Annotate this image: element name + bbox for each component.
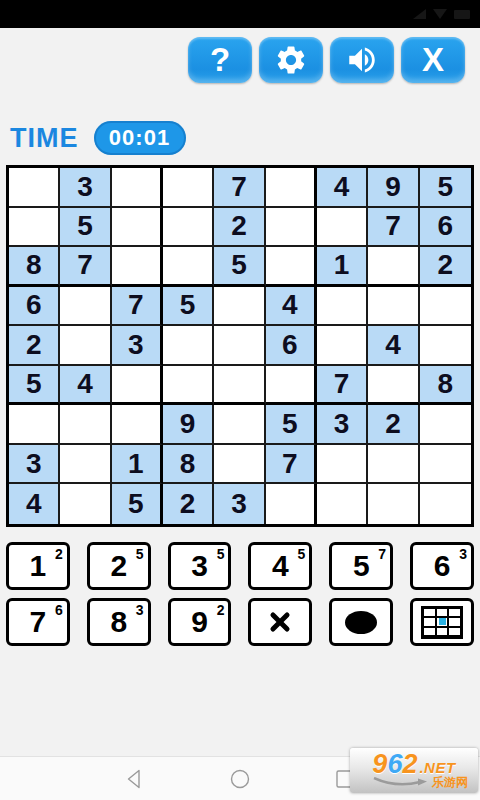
- close-x-icon: X: [422, 41, 444, 79]
- help-button[interactable]: ?: [188, 37, 252, 83]
- sudoku-cell-r5c2[interactable]: [60, 326, 111, 366]
- sudoku-cell-r9c5[interactable]: 3: [214, 484, 265, 524]
- sudoku-cell-r3c8[interactable]: [368, 247, 419, 287]
- key-notes[interactable]: [410, 598, 474, 646]
- sudoku-cell-r4c1[interactable]: 6: [9, 287, 60, 327]
- sudoku-cell-r2c5[interactable]: 2: [214, 208, 265, 248]
- sudoku-cell-r9c3[interactable]: 5: [112, 484, 163, 524]
- sudoku-cell-r9c6[interactable]: [266, 484, 317, 524]
- timer-row: TIME 00:01: [10, 120, 480, 156]
- sudoku-cell-r4c8[interactable]: [368, 287, 419, 327]
- wifi-icon: [433, 9, 447, 19]
- sudoku-cell-r1c8[interactable]: 9: [368, 168, 419, 208]
- sudoku-cell-r2c4[interactable]: [163, 208, 214, 248]
- sudoku-cell-r2c2[interactable]: 5: [60, 208, 111, 248]
- sudoku-cell-r3c1[interactable]: 8: [9, 247, 60, 287]
- sudoku-cell-r2c8[interactable]: 7: [368, 208, 419, 248]
- sudoku-cell-r6c3[interactable]: [112, 366, 163, 406]
- key-erase[interactable]: [248, 598, 312, 646]
- key-2[interactable]: 25: [87, 542, 151, 590]
- key-digit: 8: [110, 607, 127, 637]
- key-count: 5: [298, 546, 306, 562]
- sudoku-cell-r7c2[interactable]: [60, 405, 111, 445]
- question-mark-icon: ?: [210, 41, 230, 79]
- swoosh-icon: [372, 777, 428, 787]
- keypad: 122535455763768392: [6, 542, 474, 646]
- sudoku-cell-r4c5[interactable]: [214, 287, 265, 327]
- sudoku-cell-r6c4[interactable]: [163, 366, 214, 406]
- sudoku-board: 37495527687512675423645478953231874523: [6, 165, 474, 527]
- sudoku-cell-r3c6[interactable]: [266, 247, 317, 287]
- sudoku-cell-r9c9[interactable]: [420, 484, 471, 524]
- key-digit: 9: [191, 607, 208, 637]
- nav-home-icon[interactable]: [228, 767, 252, 791]
- key-digit: 7: [30, 607, 47, 637]
- settings-button[interactable]: [259, 37, 323, 83]
- sudoku-cell-r1c4[interactable]: [163, 168, 214, 208]
- key-5[interactable]: 57: [329, 542, 393, 590]
- speaker-icon: [345, 43, 379, 77]
- sudoku-cell-r9c1[interactable]: 4: [9, 484, 60, 524]
- sudoku-cell-r1c5[interactable]: 7: [214, 168, 265, 208]
- nav-back-icon[interactable]: [123, 767, 147, 791]
- key-9[interactable]: 92: [168, 598, 232, 646]
- sudoku-cell-r8c9[interactable]: [420, 445, 471, 485]
- sudoku-cell-r3c4[interactable]: [163, 247, 214, 287]
- timer-value: 00:01: [94, 121, 186, 155]
- sudoku-cell-r7c6[interactable]: 5: [266, 405, 317, 445]
- key-3[interactable]: 35: [168, 542, 232, 590]
- sudoku-cell-r4c6[interactable]: 4: [266, 287, 317, 327]
- key-digit: 2: [110, 551, 127, 581]
- sudoku-cell-r9c8[interactable]: [368, 484, 419, 524]
- key-count: 2: [55, 546, 63, 562]
- sudoku-cell-r7c4[interactable]: 9: [163, 405, 214, 445]
- sudoku-cell-r3c5[interactable]: 5: [214, 247, 265, 287]
- erase-x-icon: [267, 609, 293, 635]
- sudoku-cell-r4c2[interactable]: [60, 287, 111, 327]
- key-count: 6: [55, 602, 63, 618]
- sudoku-cell-r7c1[interactable]: [9, 405, 60, 445]
- sudoku-cell-r4c7[interactable]: [317, 287, 368, 327]
- sudoku-cell-r3c3[interactable]: [112, 247, 163, 287]
- sudoku-cell-r5c4[interactable]: [163, 326, 214, 366]
- sudoku-cell-r8c1[interactable]: 3: [9, 445, 60, 485]
- watermark-site-name: 乐游网: [432, 774, 468, 791]
- key-1[interactable]: 12: [6, 542, 70, 590]
- signal-icon: [413, 9, 426, 19]
- sudoku-cell-r3c9[interactable]: 2: [420, 247, 471, 287]
- sudoku-cell-r1c2[interactable]: 3: [60, 168, 111, 208]
- key-pen[interactable]: [329, 598, 393, 646]
- sudoku-cell-r2c6[interactable]: [266, 208, 317, 248]
- sudoku-cell-r8c5[interactable]: [214, 445, 265, 485]
- sudoku-cell-r7c9[interactable]: [420, 405, 471, 445]
- gear-icon: [274, 43, 308, 77]
- sudoku-cell-r5c5[interactable]: [214, 326, 265, 366]
- sudoku-cell-r5c6[interactable]: 6: [266, 326, 317, 366]
- sudoku-cell-r8c8[interactable]: [368, 445, 419, 485]
- sudoku-cell-r9c2[interactable]: [60, 484, 111, 524]
- key-digit: 3: [191, 551, 208, 581]
- sudoku-cell-r1c1[interactable]: [9, 168, 60, 208]
- sudoku-cell-r2c1[interactable]: [9, 208, 60, 248]
- sudoku-cell-r6c9[interactable]: 8: [420, 366, 471, 406]
- sudoku-cell-r6c6[interactable]: [266, 366, 317, 406]
- close-button[interactable]: X: [401, 37, 465, 83]
- key-digit: 4: [272, 551, 289, 581]
- key-digit: 5: [353, 551, 370, 581]
- sudoku-cell-r4c4[interactable]: 5: [163, 287, 214, 327]
- key-digit: 6: [434, 551, 451, 581]
- sudoku-cell-r3c2[interactable]: 7: [60, 247, 111, 287]
- sudoku-cell-r8c6[interactable]: 7: [266, 445, 317, 485]
- sudoku-cell-r1c3[interactable]: [112, 168, 163, 208]
- sudoku-cell-r6c1[interactable]: 5: [9, 366, 60, 406]
- key-7[interactable]: 76: [6, 598, 70, 646]
- toolbar: ? X: [0, 37, 465, 83]
- battery-icon: [454, 10, 470, 19]
- sudoku-cell-r7c7[interactable]: 3: [317, 405, 368, 445]
- pen-dot-icon: [345, 611, 377, 634]
- sudoku-cell-r9c7[interactable]: [317, 484, 368, 524]
- key-count: 5: [217, 546, 225, 562]
- sudoku-cell-r2c7[interactable]: [317, 208, 368, 248]
- key-digit: 1: [30, 551, 47, 581]
- sudoku-cell-r8c3[interactable]: 1: [112, 445, 163, 485]
- sudoku-cell-r8c2[interactable]: [60, 445, 111, 485]
- sound-button[interactable]: [330, 37, 394, 83]
- notes-grid-icon: [421, 606, 463, 639]
- sudoku-cell-r3c7[interactable]: 1: [317, 247, 368, 287]
- key-count: 7: [378, 546, 386, 562]
- sudoku-cell-r4c3[interactable]: 7: [112, 287, 163, 327]
- sudoku-cell-r5c9[interactable]: [420, 326, 471, 366]
- sudoku-cell-r6c2[interactable]: 4: [60, 366, 111, 406]
- sudoku-cell-r4c9[interactable]: [420, 287, 471, 327]
- sudoku-cell-r5c3[interactable]: 3: [112, 326, 163, 366]
- sudoku-cell-r7c5[interactable]: [214, 405, 265, 445]
- sudoku-cell-r9c4[interactable]: 2: [163, 484, 214, 524]
- sudoku-cell-r1c7[interactable]: 4: [317, 168, 368, 208]
- timer-label: TIME: [10, 123, 79, 154]
- key-count: 3: [459, 546, 467, 562]
- sudoku-cell-r5c1[interactable]: 2: [9, 326, 60, 366]
- sudoku-cell-r8c4[interactable]: 8: [163, 445, 214, 485]
- sudoku-cell-r6c5[interactable]: [214, 366, 265, 406]
- sudoku-cell-r7c3[interactable]: [112, 405, 163, 445]
- key-8[interactable]: 83: [87, 598, 151, 646]
- key-count: 3: [136, 602, 144, 618]
- key-4[interactable]: 45: [248, 542, 312, 590]
- sudoku-cell-r8c7[interactable]: [317, 445, 368, 485]
- sudoku-cell-r2c9[interactable]: 6: [420, 208, 471, 248]
- sudoku-cell-r6c8[interactable]: [368, 366, 419, 406]
- sudoku-cell-r1c6[interactable]: [266, 168, 317, 208]
- key-count: 5: [136, 546, 144, 562]
- sudoku-cell-r1c9[interactable]: 5: [420, 168, 471, 208]
- sudoku-cell-r7c8[interactable]: 2: [368, 405, 419, 445]
- status-bar: [0, 0, 480, 28]
- sudoku-cell-r6c7[interactable]: 7: [317, 366, 368, 406]
- sudoku-cell-r5c8[interactable]: 4: [368, 326, 419, 366]
- sudoku-cell-r5c7[interactable]: [317, 326, 368, 366]
- key-count: 2: [217, 602, 225, 618]
- sudoku-cell-r2c3[interactable]: [112, 208, 163, 248]
- watermark-logo: 9 6 2 .NET 乐游网: [350, 748, 478, 793]
- key-6[interactable]: 63: [410, 542, 474, 590]
